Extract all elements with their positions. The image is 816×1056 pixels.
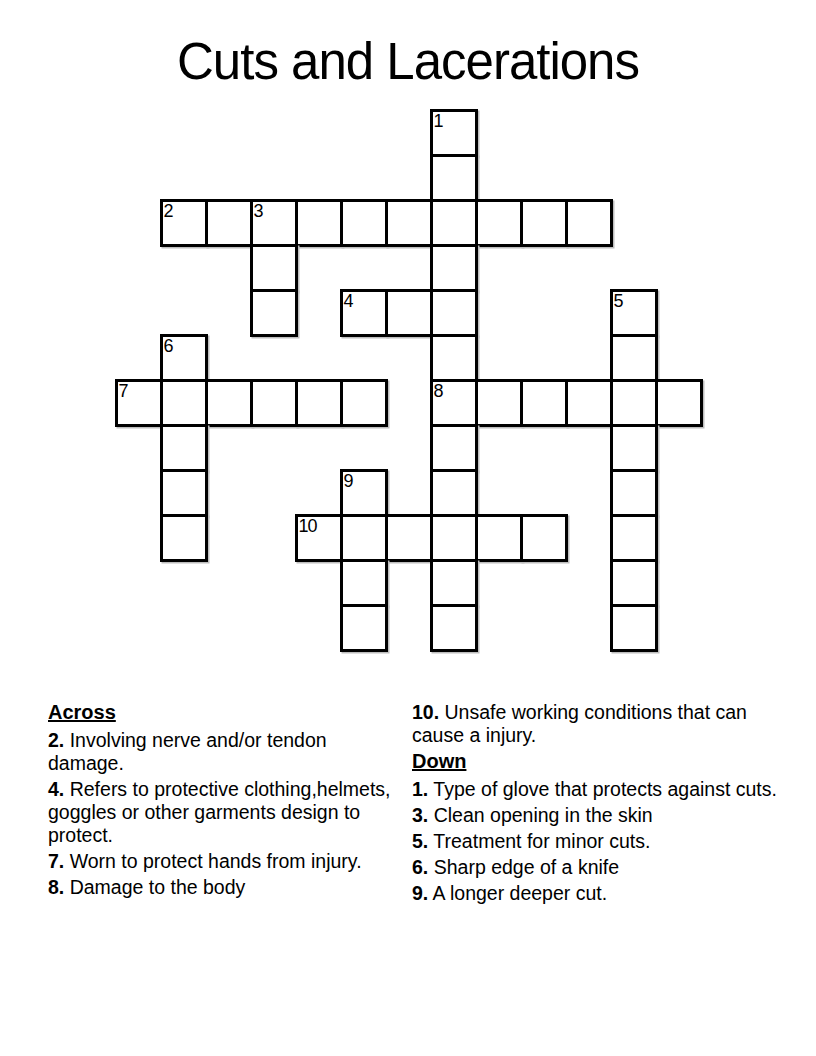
grid-cell-r9c8[interactable] [475, 514, 523, 562]
grid-cell-r9c7[interactable] [430, 514, 478, 562]
clue-number: 6. [412, 856, 428, 878]
clues-column-right: 10. Unsafe working conditions that can c… [412, 701, 780, 908]
grid-cell-r4c7[interactable] [430, 289, 478, 337]
clue-text: Involving nerve and/or tendon damage. [48, 729, 327, 774]
clue-across-4: 4. Refers to protective clothing,helmets… [48, 778, 404, 847]
grid-cell-r10c11[interactable] [610, 559, 658, 607]
grid-cell-r2c6[interactable] [385, 199, 433, 247]
grid-cell-r6c5[interactable] [340, 379, 388, 427]
clue-across-7: 7. Worn to protect hands from injury. [48, 850, 404, 873]
grid-cell-r6c9[interactable] [520, 379, 568, 427]
clue-number: 7. [48, 850, 64, 872]
clue-down-5: 5. Treatment for minor cuts. [412, 830, 780, 853]
grid-cell-r2c10[interactable] [565, 199, 613, 247]
cell-number-9: 9 [344, 472, 353, 491]
grid-cell-r7c1[interactable] [160, 424, 208, 472]
clue-text: Clean opening in the skin [434, 804, 653, 826]
down-heading: Down [412, 750, 780, 773]
clue-number: 5. [412, 830, 428, 852]
grid-cell-r6c7[interactable]: 8 [430, 379, 478, 427]
grid-cell-r5c7[interactable] [430, 334, 478, 382]
grid-cell-r8c11[interactable] [610, 469, 658, 517]
grid-cell-r2c1[interactable]: 2 [160, 199, 208, 247]
grid-cell-r3c7[interactable] [430, 244, 478, 292]
clue-number: 10. [412, 701, 439, 723]
grid-cell-r2c3[interactable]: 3 [250, 199, 298, 247]
across-heading: Across [48, 701, 404, 724]
grid-cell-r5c11[interactable] [610, 334, 658, 382]
grid-cell-r7c7[interactable] [430, 424, 478, 472]
grid-cell-r10c7[interactable] [430, 559, 478, 607]
clue-text: Worn to protect hands from injury. [70, 850, 362, 872]
grid-cell-r6c4[interactable] [295, 379, 343, 427]
clue-across-10: 10. Unsafe working conditions that can c… [412, 701, 780, 747]
grid-cell-r11c5[interactable] [340, 604, 388, 652]
grid-cell-r9c11[interactable] [610, 514, 658, 562]
grid-cell-r8c7[interactable] [430, 469, 478, 517]
clues-column-left: Across2. Involving nerve and/or tendon d… [48, 701, 404, 902]
clue-text: Unsafe working conditions that can cause… [412, 701, 747, 746]
cell-number-10: 10 [299, 517, 317, 536]
clue-number: 9. [412, 882, 428, 904]
clue-text: Damage to the body [70, 876, 246, 898]
grid-cell-r2c9[interactable] [520, 199, 568, 247]
clue-down-1: 1. Type of glove that protects against c… [412, 778, 780, 801]
clue-text: Treatment for minor cuts. [433, 830, 650, 852]
cell-number-7: 7 [119, 382, 128, 401]
grid-cell-r9c9[interactable] [520, 514, 568, 562]
grid-cell-r9c1[interactable] [160, 514, 208, 562]
grid-cell-r10c5[interactable] [340, 559, 388, 607]
grid-cell-r7c11[interactable] [610, 424, 658, 472]
clue-number: 4. [48, 778, 64, 800]
grid-cell-r5c1[interactable]: 6 [160, 334, 208, 382]
grid-cell-r6c12[interactable] [655, 379, 703, 427]
grid-cell-r6c1[interactable] [160, 379, 208, 427]
grid-cell-r8c5[interactable]: 9 [340, 469, 388, 517]
grid-cell-r2c2[interactable] [205, 199, 253, 247]
grid-cell-r6c8[interactable] [475, 379, 523, 427]
grid-cell-r9c4[interactable]: 10 [295, 514, 343, 562]
clue-number: 8. [48, 876, 64, 898]
cell-number-3: 3 [254, 202, 263, 221]
clue-number: 1. [412, 778, 428, 800]
puzzle-title: Cuts and Lacerations [0, 32, 816, 91]
clue-down-9: 9. A longer deeper cut. [412, 882, 780, 905]
clue-down-6: 6. Sharp edge of a knife [412, 856, 780, 879]
grid-cell-r2c7[interactable] [430, 199, 478, 247]
grid-cell-r6c3[interactable] [250, 379, 298, 427]
grid-cell-r8c1[interactable] [160, 469, 208, 517]
grid-cell-r9c5[interactable] [340, 514, 388, 562]
grid-cell-r11c11[interactable] [610, 604, 658, 652]
grid-cell-r6c11[interactable] [610, 379, 658, 427]
cell-number-1: 1 [434, 112, 443, 131]
clue-number: 3. [412, 804, 428, 826]
cell-number-4: 4 [344, 292, 353, 311]
grid-cell-r0c7[interactable]: 1 [430, 109, 478, 157]
grid-cell-r2c4[interactable] [295, 199, 343, 247]
clue-across-2: 2. Involving nerve and/or tendon damage. [48, 729, 404, 775]
grid-cell-r2c8[interactable] [475, 199, 523, 247]
grid-cell-r6c0[interactable]: 7 [115, 379, 163, 427]
clue-across-8: 8. Damage to the body [48, 876, 404, 899]
grid-cell-r6c2[interactable] [205, 379, 253, 427]
cell-number-5: 5 [614, 292, 623, 311]
clue-text: Sharp edge of a knife [434, 856, 619, 878]
grid-cell-r1c7[interactable] [430, 154, 478, 202]
grid-cell-r4c3[interactable] [250, 289, 298, 337]
grid-cell-r4c6[interactable] [385, 289, 433, 337]
clue-text: A longer deeper cut. [433, 882, 608, 904]
clue-text: Refers to protective clothing,helmets, g… [48, 778, 391, 846]
clue-number: 2. [48, 729, 64, 751]
grid-cell-r4c5[interactable]: 4 [340, 289, 388, 337]
grid-cell-r2c5[interactable] [340, 199, 388, 247]
grid-cell-r9c6[interactable] [385, 514, 433, 562]
grid-cell-r11c7[interactable] [430, 604, 478, 652]
clue-text: Type of glove that protects against cuts… [433, 778, 777, 800]
cell-number-8: 8 [434, 382, 443, 401]
clue-down-3: 3. Clean opening in the skin [412, 804, 780, 827]
grid-cell-r3c3[interactable] [250, 244, 298, 292]
grid-cell-r6c10[interactable] [565, 379, 613, 427]
grid-cell-r4c11[interactable]: 5 [610, 289, 658, 337]
cell-number-2: 2 [164, 202, 173, 221]
cell-number-6: 6 [164, 337, 173, 356]
